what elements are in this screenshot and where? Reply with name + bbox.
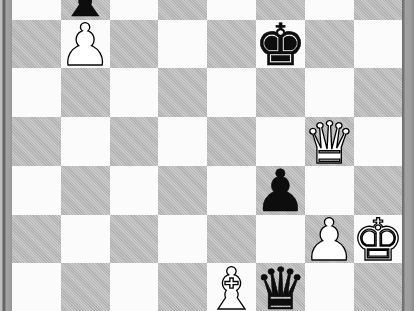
square-f2[interactable]: ♛︎ [256, 263, 305, 311]
square-d2[interactable] [158, 263, 207, 311]
square-c8[interactable] [110, 0, 159, 20]
square-g8[interactable] [305, 0, 354, 20]
square-d6[interactable] [158, 68, 207, 117]
square-a2[interactable] [12, 263, 61, 311]
chess-diagram: ♝︎♟︎♚︎♛︎♟︎♟︎♚︎♝︎♛︎ [0, 0, 414, 311]
board-frame-left [0, 0, 12, 311]
square-c2[interactable] [110, 263, 159, 311]
square-a5[interactable] [12, 117, 61, 166]
board-frame-right [402, 0, 414, 311]
square-c4[interactable] [110, 166, 159, 215]
square-g5[interactable]: ♛︎ [305, 117, 354, 166]
square-e7[interactable] [207, 20, 256, 69]
square-c5[interactable] [110, 117, 159, 166]
square-d4[interactable] [158, 166, 207, 215]
piece-white-pawn-b7[interactable]: ♟︎ [59, 16, 111, 74]
square-g7[interactable] [305, 20, 354, 69]
square-d7[interactable] [158, 20, 207, 69]
square-e2[interactable]: ♝︎ [207, 263, 256, 311]
piece-black-pawn-f4[interactable]: ♟︎ [254, 162, 306, 220]
square-f7[interactable]: ♚︎ [256, 20, 305, 69]
piece-white-bishop-e2[interactable]: ♝︎ [206, 260, 258, 311]
square-e5[interactable] [207, 117, 256, 166]
square-c6[interactable] [110, 68, 159, 117]
square-h7[interactable] [354, 20, 403, 69]
square-h5[interactable] [354, 117, 403, 166]
square-a8[interactable] [12, 0, 61, 20]
square-d3[interactable] [158, 215, 207, 264]
piece-white-king-h3[interactable]: ♚︎ [352, 211, 404, 269]
piece-black-king-f7[interactable]: ♚︎ [254, 16, 306, 74]
square-a7[interactable] [12, 20, 61, 69]
square-b5[interactable] [61, 117, 110, 166]
square-e6[interactable] [207, 68, 256, 117]
square-e8[interactable] [207, 0, 256, 20]
square-a6[interactable] [12, 68, 61, 117]
square-g3[interactable]: ♟︎ [305, 215, 354, 264]
square-b4[interactable] [61, 166, 110, 215]
piece-white-queen-g5[interactable]: ♛︎ [303, 114, 355, 172]
square-d5[interactable] [158, 117, 207, 166]
square-e4[interactable] [207, 166, 256, 215]
square-d8[interactable] [158, 0, 207, 20]
square-b3[interactable] [61, 215, 110, 264]
square-b7[interactable]: ♟︎ [61, 20, 110, 69]
square-c7[interactable] [110, 20, 159, 69]
chess-board: ♝︎♟︎♚︎♛︎♟︎♟︎♚︎♝︎♛︎ [12, 0, 402, 311]
square-a3[interactable] [12, 215, 61, 264]
square-f4[interactable]: ♟︎ [256, 166, 305, 215]
square-a4[interactable] [12, 166, 61, 215]
piece-white-pawn-g3[interactable]: ♟︎ [303, 211, 355, 269]
square-h6[interactable] [354, 68, 403, 117]
piece-black-queen-f2[interactable]: ♛︎ [254, 260, 306, 311]
square-h3[interactable]: ♚︎ [354, 215, 403, 264]
square-c3[interactable] [110, 215, 159, 264]
square-h8[interactable] [354, 0, 403, 20]
square-b2[interactable] [61, 263, 110, 311]
